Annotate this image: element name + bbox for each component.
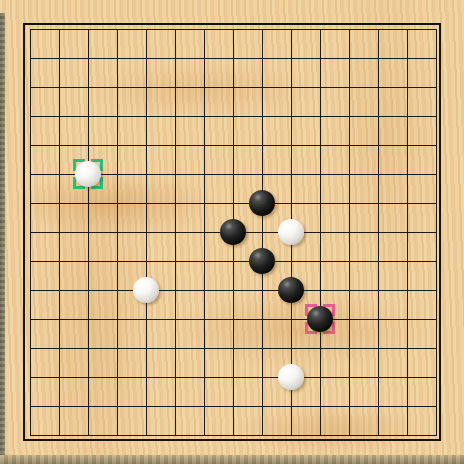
black-stone	[249, 190, 275, 216]
board-left-bevel	[0, 13, 5, 456]
white-stone	[133, 277, 159, 303]
white-stone	[278, 364, 304, 390]
white-stone	[75, 161, 101, 187]
black-stone	[249, 248, 275, 274]
black-stone	[307, 306, 333, 332]
board-bottom-bevel	[0, 455, 464, 464]
black-stone	[220, 219, 246, 245]
goban-board[interactable]	[0, 0, 464, 464]
gomoku-app	[0, 0, 464, 464]
black-stone	[278, 277, 304, 303]
white-stone	[278, 219, 304, 245]
